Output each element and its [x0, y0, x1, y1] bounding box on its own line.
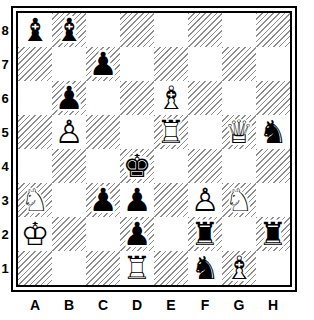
square-a7: [18, 47, 52, 81]
square-e1: [154, 251, 188, 285]
square-g1: ♝♗: [222, 251, 256, 285]
piece-bP: ♟: [52, 81, 86, 115]
square-a1: [18, 251, 52, 285]
piece-bB: ♝: [18, 13, 52, 47]
square-h8: [256, 13, 290, 47]
piece-wP: ♙: [188, 183, 222, 217]
square-h3: [256, 183, 290, 217]
piece-wR: ♖: [120, 251, 154, 285]
piece-wQ: ♕: [222, 115, 256, 149]
square-h7: [256, 47, 290, 81]
file-label-c: C: [86, 296, 120, 314]
square-f1: ♞: [188, 251, 222, 285]
file-label-e: E: [154, 296, 188, 314]
rank-labels: 87654321: [0, 13, 10, 285]
rank-label-7: 7: [0, 47, 10, 81]
file-label-g: G: [222, 296, 256, 314]
rank-label-2: 2: [0, 217, 10, 251]
piece-bK: ♚: [120, 149, 154, 183]
square-f2: ♜: [188, 217, 222, 251]
square-e6: ♝♗: [154, 81, 188, 115]
square-a6: [18, 81, 52, 115]
piece-bR: ♜: [256, 217, 290, 251]
file-label-f: F: [188, 296, 222, 314]
square-g7: [222, 47, 256, 81]
square-b5: ♟♙: [52, 115, 86, 149]
piece-wN: ♘: [222, 183, 256, 217]
square-f3: ♟♙: [188, 183, 222, 217]
rank-label-5: 5: [0, 115, 10, 149]
square-b3: [52, 183, 86, 217]
square-f7: [188, 47, 222, 81]
piece-wR: ♖: [154, 115, 188, 149]
square-d8: [120, 13, 154, 47]
square-h5: ♞: [256, 115, 290, 149]
file-labels: ABCDEFGH: [18, 296, 290, 314]
piece-wP: ♙: [52, 115, 86, 149]
square-h6: [256, 81, 290, 115]
square-e8: [154, 13, 188, 47]
piece-bP: ♟: [120, 183, 154, 217]
square-d3: ♟: [120, 183, 154, 217]
square-a8: ♝: [18, 13, 52, 47]
piece-bR: ♜: [188, 217, 222, 251]
piece-bB: ♝: [52, 13, 86, 47]
square-g4: [222, 149, 256, 183]
chess-diagram: 87654321 ♝♝♟♟♝♗♟♙♜♖♛♕♞♚♞♘♟♟♟♙♞♘♚♔♟♜♜♜♖♞♝…: [0, 0, 314, 320]
rank-label-8: 8: [0, 13, 10, 47]
square-d4: ♚: [120, 149, 154, 183]
square-a5: [18, 115, 52, 149]
square-g6: [222, 81, 256, 115]
square-c8: [86, 13, 120, 47]
square-h2: ♜: [256, 217, 290, 251]
square-c6: [86, 81, 120, 115]
piece-bN: ♞: [256, 115, 290, 149]
square-d6: [120, 81, 154, 115]
square-b4: [52, 149, 86, 183]
square-f8: [188, 13, 222, 47]
rank-label-6: 6: [0, 81, 10, 115]
file-label-b: B: [52, 296, 86, 314]
square-b1: [52, 251, 86, 285]
piece-wB: ♗: [222, 251, 256, 285]
square-b8: ♝: [52, 13, 86, 47]
square-f5: [188, 115, 222, 149]
square-b6: ♟: [52, 81, 86, 115]
piece-bP: ♟: [86, 47, 120, 81]
square-c1: [86, 251, 120, 285]
rank-label-3: 3: [0, 183, 10, 217]
square-b2: [52, 217, 86, 251]
square-c3: ♟: [86, 183, 120, 217]
square-d1: ♜♖: [120, 251, 154, 285]
piece-wN: ♘: [18, 183, 52, 217]
square-d5: [120, 115, 154, 149]
file-label-h: H: [256, 296, 290, 314]
square-c7: ♟: [86, 47, 120, 81]
square-g5: ♛♕: [222, 115, 256, 149]
file-label-a: A: [18, 296, 52, 314]
square-e5: ♜♖: [154, 115, 188, 149]
square-e7: [154, 47, 188, 81]
file-label-d: D: [120, 296, 154, 314]
square-g3: ♞♘: [222, 183, 256, 217]
square-f6: [188, 81, 222, 115]
piece-bP: ♟: [120, 217, 154, 251]
square-e2: [154, 217, 188, 251]
square-c4: [86, 149, 120, 183]
piece-wK: ♔: [18, 217, 52, 251]
square-c5: [86, 115, 120, 149]
square-b7: [52, 47, 86, 81]
square-a2: ♚♔: [18, 217, 52, 251]
square-d7: [120, 47, 154, 81]
square-d2: ♟: [120, 217, 154, 251]
square-h4: [256, 149, 290, 183]
board-frame: ♝♝♟♟♝♗♟♙♜♖♛♕♞♚♞♘♟♟♟♙♞♘♚♔♟♜♜♜♖♞♝♗: [11, 6, 297, 292]
square-c2: [86, 217, 120, 251]
square-a3: ♞♘: [18, 183, 52, 217]
square-g2: [222, 217, 256, 251]
square-e3: [154, 183, 188, 217]
rank-label-1: 1: [0, 251, 10, 285]
square-a4: [18, 149, 52, 183]
chess-board: ♝♝♟♟♝♗♟♙♜♖♛♕♞♚♞♘♟♟♟♙♞♘♚♔♟♜♜♜♖♞♝♗: [16, 11, 292, 287]
square-g8: [222, 13, 256, 47]
rank-label-4: 4: [0, 149, 10, 183]
square-f4: [188, 149, 222, 183]
piece-wB: ♗: [154, 81, 188, 115]
square-e4: [154, 149, 188, 183]
square-h1: [256, 251, 290, 285]
piece-bP: ♟: [86, 183, 120, 217]
piece-bN: ♞: [188, 251, 222, 285]
